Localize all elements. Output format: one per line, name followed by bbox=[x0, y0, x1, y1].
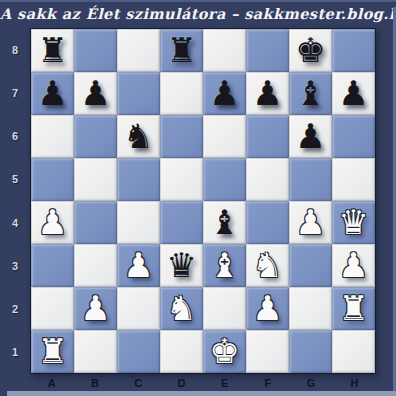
square-c6[interactable]: ♞ bbox=[117, 115, 160, 158]
square-g3[interactable] bbox=[289, 244, 332, 287]
square-e5[interactable] bbox=[203, 158, 246, 201]
square-h6[interactable] bbox=[332, 115, 375, 158]
square-h7[interactable]: ♟ bbox=[332, 72, 375, 115]
file-label-b: B bbox=[73, 374, 116, 392]
rank-labels: 87654321 bbox=[0, 28, 30, 374]
chess-board: ♜♜♚♟♟♟♟♝♟♞♟♟♝♟♛♟♛♝♞♟♟♞♟♜♜♚ bbox=[30, 28, 376, 374]
square-a3[interactable] bbox=[31, 244, 74, 287]
square-f7[interactable]: ♟ bbox=[246, 72, 289, 115]
piece-black-queen-d3[interactable]: ♛ bbox=[166, 244, 196, 287]
square-b5[interactable] bbox=[74, 158, 117, 201]
square-c3[interactable]: ♟ bbox=[117, 244, 160, 287]
square-d4[interactable] bbox=[160, 201, 203, 244]
piece-black-pawn-g6[interactable]: ♟ bbox=[295, 115, 325, 158]
file-label-f: F bbox=[246, 374, 289, 392]
square-d1[interactable] bbox=[160, 330, 203, 373]
piece-white-pawn-h3[interactable]: ♟ bbox=[338, 244, 368, 287]
square-e7[interactable]: ♟ bbox=[203, 72, 246, 115]
square-h3[interactable]: ♟ bbox=[332, 244, 375, 287]
file-label-h: H bbox=[333, 374, 376, 392]
piece-black-pawn-f7[interactable]: ♟ bbox=[252, 72, 282, 115]
square-b1[interactable] bbox=[74, 330, 117, 373]
square-b6[interactable] bbox=[74, 115, 117, 158]
square-b4[interactable] bbox=[74, 201, 117, 244]
square-c5[interactable] bbox=[117, 158, 160, 201]
piece-black-rook-d8[interactable]: ♜ bbox=[166, 29, 196, 72]
file-label-c: C bbox=[117, 374, 160, 392]
square-e1[interactable]: ♚ bbox=[203, 330, 246, 373]
square-g8[interactable]: ♚ bbox=[289, 29, 332, 72]
rank-label-5: 5 bbox=[0, 158, 30, 201]
square-b3[interactable] bbox=[74, 244, 117, 287]
square-h5[interactable] bbox=[332, 158, 375, 201]
piece-white-bishop-e3[interactable]: ♝ bbox=[209, 244, 239, 287]
square-c7[interactable] bbox=[117, 72, 160, 115]
square-a6[interactable] bbox=[31, 115, 74, 158]
rank-label-3: 3 bbox=[0, 244, 30, 287]
piece-black-pawn-a7[interactable]: ♟ bbox=[37, 72, 67, 115]
square-b7[interactable]: ♟ bbox=[74, 72, 117, 115]
square-d6[interactable] bbox=[160, 115, 203, 158]
piece-white-pawn-a4[interactable]: ♟ bbox=[37, 201, 67, 244]
square-g7[interactable]: ♝ bbox=[289, 72, 332, 115]
piece-white-rook-h2[interactable]: ♜ bbox=[338, 287, 368, 330]
piece-black-pawn-h7[interactable]: ♟ bbox=[338, 72, 368, 115]
piece-black-bishop-g7[interactable]: ♝ bbox=[295, 72, 325, 115]
square-f4[interactable] bbox=[246, 201, 289, 244]
rank-label-4: 4 bbox=[0, 201, 30, 244]
piece-black-king-g8[interactable]: ♚ bbox=[295, 29, 325, 72]
page-title: A sakk az Élet szimulátora – sakkmester.… bbox=[0, 2, 396, 26]
square-d5[interactable] bbox=[160, 158, 203, 201]
square-b2[interactable]: ♟ bbox=[74, 287, 117, 330]
file-label-a: A bbox=[30, 374, 73, 392]
rank-label-7: 7 bbox=[0, 71, 30, 114]
file-label-e: E bbox=[203, 374, 246, 392]
square-a1[interactable]: ♜ bbox=[31, 330, 74, 373]
rank-label-2: 2 bbox=[0, 288, 30, 331]
piece-white-pawn-f2[interactable]: ♟ bbox=[252, 287, 282, 330]
square-c1[interactable] bbox=[117, 330, 160, 373]
square-f8[interactable] bbox=[246, 29, 289, 72]
square-c2[interactable] bbox=[117, 287, 160, 330]
square-d3[interactable]: ♛ bbox=[160, 244, 203, 287]
piece-white-queen-h4[interactable]: ♛ bbox=[338, 201, 368, 244]
file-label-d: D bbox=[160, 374, 203, 392]
square-f6[interactable] bbox=[246, 115, 289, 158]
piece-black-knight-c6[interactable]: ♞ bbox=[123, 115, 153, 158]
square-e6[interactable] bbox=[203, 115, 246, 158]
square-h8[interactable] bbox=[332, 29, 375, 72]
square-d7[interactable] bbox=[160, 72, 203, 115]
piece-black-rook-a8[interactable]: ♜ bbox=[37, 29, 67, 72]
square-f3[interactable]: ♞ bbox=[246, 244, 289, 287]
square-h2[interactable]: ♜ bbox=[332, 287, 375, 330]
square-h4[interactable]: ♛ bbox=[332, 201, 375, 244]
square-g5[interactable] bbox=[289, 158, 332, 201]
piece-white-knight-f3[interactable]: ♞ bbox=[252, 244, 282, 287]
square-b8[interactable] bbox=[74, 29, 117, 72]
frame-bevel-bottom bbox=[7, 391, 396, 396]
square-g1[interactable] bbox=[289, 330, 332, 373]
square-d2[interactable]: ♞ bbox=[160, 287, 203, 330]
piece-white-pawn-c3[interactable]: ♟ bbox=[123, 244, 153, 287]
piece-white-king-e1[interactable]: ♚ bbox=[209, 330, 239, 373]
piece-white-pawn-b2[interactable]: ♟ bbox=[80, 287, 110, 330]
square-h1[interactable] bbox=[332, 330, 375, 373]
square-f5[interactable] bbox=[246, 158, 289, 201]
square-e2[interactable] bbox=[203, 287, 246, 330]
square-e3[interactable]: ♝ bbox=[203, 244, 246, 287]
square-g2[interactable] bbox=[289, 287, 332, 330]
square-g6[interactable]: ♟ bbox=[289, 115, 332, 158]
piece-black-pawn-e7[interactable]: ♟ bbox=[209, 72, 239, 115]
piece-black-bishop-e4[interactable]: ♝ bbox=[209, 201, 239, 244]
square-a8[interactable]: ♜ bbox=[31, 29, 74, 72]
square-e4[interactable]: ♝ bbox=[203, 201, 246, 244]
square-a5[interactable] bbox=[31, 158, 74, 201]
piece-white-rook-a1[interactable]: ♜ bbox=[37, 330, 67, 373]
file-label-g: G bbox=[290, 374, 333, 392]
square-e8[interactable] bbox=[203, 29, 246, 72]
chess-diagram-frame: A sakk az Élet szimulátora – sakkmester.… bbox=[0, 0, 396, 396]
square-c8[interactable] bbox=[117, 29, 160, 72]
square-d8[interactable]: ♜ bbox=[160, 29, 203, 72]
square-a2[interactable] bbox=[31, 287, 74, 330]
rank-label-1: 1 bbox=[0, 331, 30, 374]
square-g4[interactable]: ♟ bbox=[289, 201, 332, 244]
rank-label-8: 8 bbox=[0, 28, 30, 71]
piece-white-pawn-g4[interactable]: ♟ bbox=[295, 201, 325, 244]
square-f2[interactable]: ♟ bbox=[246, 287, 289, 330]
square-c4[interactable] bbox=[117, 201, 160, 244]
file-labels: ABCDEFGH bbox=[30, 374, 376, 392]
square-a7[interactable]: ♟ bbox=[31, 72, 74, 115]
square-f1[interactable] bbox=[246, 330, 289, 373]
square-a4[interactable]: ♟ bbox=[31, 201, 74, 244]
rank-label-6: 6 bbox=[0, 115, 30, 158]
piece-black-pawn-b7[interactable]: ♟ bbox=[80, 72, 110, 115]
piece-white-knight-d2[interactable]: ♞ bbox=[166, 287, 196, 330]
